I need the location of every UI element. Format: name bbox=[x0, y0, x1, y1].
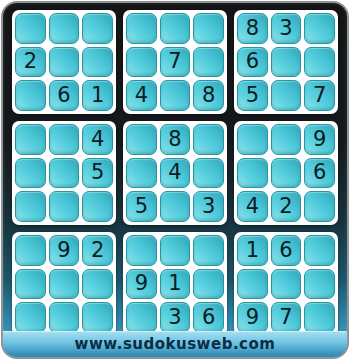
cell-r4c4[interactable] bbox=[126, 124, 157, 155]
cell-r5c4[interactable] bbox=[126, 158, 157, 189]
cell-r1c5[interactable] bbox=[160, 13, 191, 44]
cell-r7c4[interactable] bbox=[126, 235, 157, 266]
cell-r3c7[interactable]: 5 bbox=[237, 80, 268, 111]
cell-r1c7[interactable]: 8 bbox=[237, 13, 268, 44]
cell-r6c6[interactable]: 3 bbox=[193, 191, 224, 222]
cell-r3c2[interactable]: 6 bbox=[49, 80, 80, 111]
box-8: 9136 bbox=[123, 232, 227, 336]
cell-r8c6[interactable] bbox=[193, 269, 224, 300]
cell-r1c6[interactable] bbox=[193, 13, 224, 44]
cell-r4c5[interactable]: 8 bbox=[160, 124, 191, 155]
box-6: 9642 bbox=[234, 121, 338, 225]
box-4: 45 bbox=[12, 121, 116, 225]
cell-r3c9[interactable]: 7 bbox=[304, 80, 335, 111]
cell-r8c9[interactable] bbox=[304, 269, 335, 300]
cell-r1c4[interactable] bbox=[126, 13, 157, 44]
cell-r2c3[interactable] bbox=[82, 47, 113, 78]
sudoku-board: 2617488365745845396429291361697 www.sudo… bbox=[1, 1, 349, 359]
cell-r1c1[interactable] bbox=[15, 13, 46, 44]
cell-r3c5[interactable] bbox=[160, 80, 191, 111]
cell-r6c5[interactable] bbox=[160, 191, 191, 222]
cell-r8c4[interactable]: 9 bbox=[126, 269, 157, 300]
cell-r8c7[interactable] bbox=[237, 269, 268, 300]
cell-r1c8[interactable]: 3 bbox=[271, 13, 302, 44]
cell-r2c1[interactable]: 2 bbox=[15, 47, 46, 78]
cell-r9c7[interactable]: 9 bbox=[237, 302, 268, 333]
cell-r3c6[interactable]: 8 bbox=[193, 80, 224, 111]
cell-r6c3[interactable] bbox=[82, 191, 113, 222]
cell-r2c6[interactable] bbox=[193, 47, 224, 78]
cell-r5c2[interactable] bbox=[49, 158, 80, 189]
cell-r1c9[interactable] bbox=[304, 13, 335, 44]
cell-r6c7[interactable]: 4 bbox=[237, 191, 268, 222]
cell-r9c5[interactable]: 3 bbox=[160, 302, 191, 333]
cell-r5c1[interactable] bbox=[15, 158, 46, 189]
cell-r7c6[interactable] bbox=[193, 235, 224, 266]
cell-r4c3[interactable]: 4 bbox=[82, 124, 113, 155]
cell-r9c1[interactable] bbox=[15, 302, 46, 333]
cell-r8c1[interactable] bbox=[15, 269, 46, 300]
cell-r2c2[interactable] bbox=[49, 47, 80, 78]
cell-r1c2[interactable] bbox=[49, 13, 80, 44]
cell-r6c1[interactable] bbox=[15, 191, 46, 222]
cell-r7c1[interactable] bbox=[15, 235, 46, 266]
cell-r6c2[interactable] bbox=[49, 191, 80, 222]
cell-r2c4[interactable] bbox=[126, 47, 157, 78]
box-7: 92 bbox=[12, 232, 116, 336]
cell-r5c9[interactable]: 6 bbox=[304, 158, 335, 189]
cell-r7c7[interactable]: 1 bbox=[237, 235, 268, 266]
cell-r9c9[interactable] bbox=[304, 302, 335, 333]
cell-r2c8[interactable] bbox=[271, 47, 302, 78]
cell-r2c9[interactable] bbox=[304, 47, 335, 78]
cell-r6c8[interactable]: 2 bbox=[271, 191, 302, 222]
cell-r7c8[interactable]: 6 bbox=[271, 235, 302, 266]
cell-r5c5[interactable]: 4 bbox=[160, 158, 191, 189]
cell-r3c8[interactable] bbox=[271, 80, 302, 111]
box-9: 1697 bbox=[234, 232, 338, 336]
cell-r5c7[interactable] bbox=[237, 158, 268, 189]
box-5: 8453 bbox=[123, 121, 227, 225]
cell-r7c9[interactable] bbox=[304, 235, 335, 266]
cell-r4c2[interactable] bbox=[49, 124, 80, 155]
box-1: 261 bbox=[12, 10, 116, 114]
cell-r5c8[interactable] bbox=[271, 158, 302, 189]
cell-r4c7[interactable] bbox=[237, 124, 268, 155]
box-2: 748 bbox=[123, 10, 227, 114]
cell-r8c5[interactable]: 1 bbox=[160, 269, 191, 300]
cell-r9c6[interactable]: 6 bbox=[193, 302, 224, 333]
sudoku-grid: 2617488365745845396429291361697 bbox=[3, 3, 347, 336]
cell-r8c8[interactable] bbox=[271, 269, 302, 300]
cell-r9c3[interactable] bbox=[82, 302, 113, 333]
cell-r9c8[interactable]: 7 bbox=[271, 302, 302, 333]
cell-r9c4[interactable] bbox=[126, 302, 157, 333]
cell-r3c3[interactable]: 1 bbox=[82, 80, 113, 111]
cell-r9c2[interactable] bbox=[49, 302, 80, 333]
cell-r7c3[interactable]: 2 bbox=[82, 235, 113, 266]
cell-r5c6[interactable] bbox=[193, 158, 224, 189]
cell-r6c4[interactable]: 5 bbox=[126, 191, 157, 222]
cell-r4c9[interactable]: 9 bbox=[304, 124, 335, 155]
cell-r7c2[interactable]: 9 bbox=[49, 235, 80, 266]
cell-r8c2[interactable] bbox=[49, 269, 80, 300]
cell-r5c3[interactable]: 5 bbox=[82, 158, 113, 189]
box-3: 83657 bbox=[234, 10, 338, 114]
cell-r4c1[interactable] bbox=[15, 124, 46, 155]
cell-r8c3[interactable] bbox=[82, 269, 113, 300]
cell-r3c1[interactable] bbox=[15, 80, 46, 111]
cell-r4c8[interactable] bbox=[271, 124, 302, 155]
cell-r3c4[interactable]: 4 bbox=[126, 80, 157, 111]
cell-r4c6[interactable] bbox=[193, 124, 224, 155]
cell-r7c5[interactable] bbox=[160, 235, 191, 266]
cell-r6c9[interactable] bbox=[304, 191, 335, 222]
cell-r2c7[interactable]: 6 bbox=[237, 47, 268, 78]
cell-r2c5[interactable]: 7 bbox=[160, 47, 191, 78]
cell-r1c3[interactable] bbox=[82, 13, 113, 44]
site-url: www.sudokusweb.com bbox=[3, 331, 347, 357]
